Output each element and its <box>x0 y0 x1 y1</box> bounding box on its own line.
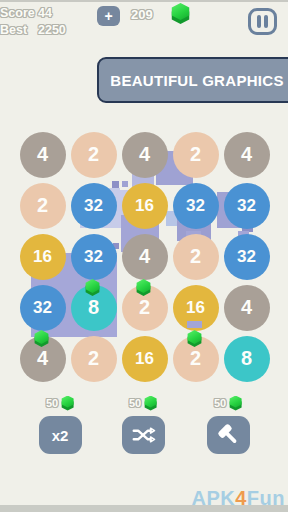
tile-2[interactable]: 2 <box>68 129 119 180</box>
score-value: 44 <box>38 6 52 20</box>
tile-2[interactable]: 2 <box>170 129 221 180</box>
hammer-icon <box>215 422 241 448</box>
watermark: APK4Fun <box>191 487 285 510</box>
tile-32[interactable]: 32 <box>68 231 119 282</box>
board-grid: 42424232163232163242323282164421628 <box>17 129 272 384</box>
tile-8[interactable]: 8 <box>221 333 272 384</box>
tile-32[interactable]: 32 <box>170 180 221 231</box>
powerup-x2: 50 x2 <box>30 395 90 454</box>
tile-2[interactable]: 2 <box>68 333 119 384</box>
tile-4[interactable]: 4 <box>221 282 272 333</box>
shuffle-icon <box>130 422 156 448</box>
score-label: Score <box>0 6 35 20</box>
gem-count: 209 <box>131 7 153 22</box>
gem-icon <box>187 330 202 347</box>
powerup-x2-cost: 50 <box>46 395 74 411</box>
gem-icon <box>34 330 49 347</box>
powerup-shuffle: 50 <box>113 395 173 454</box>
tile-4[interactable]: 4 <box>119 129 170 180</box>
gem-icon <box>171 3 190 24</box>
game-screen: Score 44 Best 2250 + 209 BEAUTIFUL GRAPH… <box>0 0 288 512</box>
hammer-button[interactable] <box>207 416 250 454</box>
gem-icon <box>144 396 157 411</box>
powerup-shuffle-cost: 50 <box>129 395 157 411</box>
tile-4[interactable]: 4 <box>17 129 68 180</box>
gem-icon <box>85 279 100 296</box>
gem-icon <box>229 396 242 411</box>
pause-button[interactable] <box>248 8 277 35</box>
pause-icon <box>257 15 261 28</box>
plus-icon: + <box>104 8 112 24</box>
tile-4[interactable]: 4 <box>119 231 170 282</box>
best-value: 2250 <box>38 23 66 37</box>
add-gems-button[interactable]: + <box>97 6 120 26</box>
tile-32[interactable]: 32 <box>68 180 119 231</box>
powerup-hammer: 50 <box>198 395 258 454</box>
tile-32[interactable]: 32 <box>221 180 272 231</box>
best-label: Best <box>0 23 27 37</box>
gem-icon <box>136 279 151 296</box>
decor-square <box>187 321 202 328</box>
tile-32[interactable]: 32 <box>17 282 68 333</box>
x2-label: x2 <box>52 427 69 444</box>
tile-2[interactable]: 2 <box>17 180 68 231</box>
top-edge-strip <box>0 0 288 2</box>
x2-button[interactable]: x2 <box>39 416 82 454</box>
powerup-hammer-cost: 50 <box>214 395 242 411</box>
tile-32[interactable]: 32 <box>221 231 272 282</box>
tile-2[interactable]: 2 <box>170 231 221 282</box>
gem-icon <box>61 396 74 411</box>
tile-16[interactable]: 16 <box>17 231 68 282</box>
shuffle-button[interactable] <box>122 416 165 454</box>
promo-banner: BEAUTIFUL GRAPHICS <box>97 57 288 103</box>
banner-text: BEAUTIFUL GRAPHICS <box>110 72 283 89</box>
tile-16[interactable]: 16 <box>119 333 170 384</box>
tile-4[interactable]: 4 <box>221 129 272 180</box>
tile-16[interactable]: 16 <box>119 180 170 231</box>
